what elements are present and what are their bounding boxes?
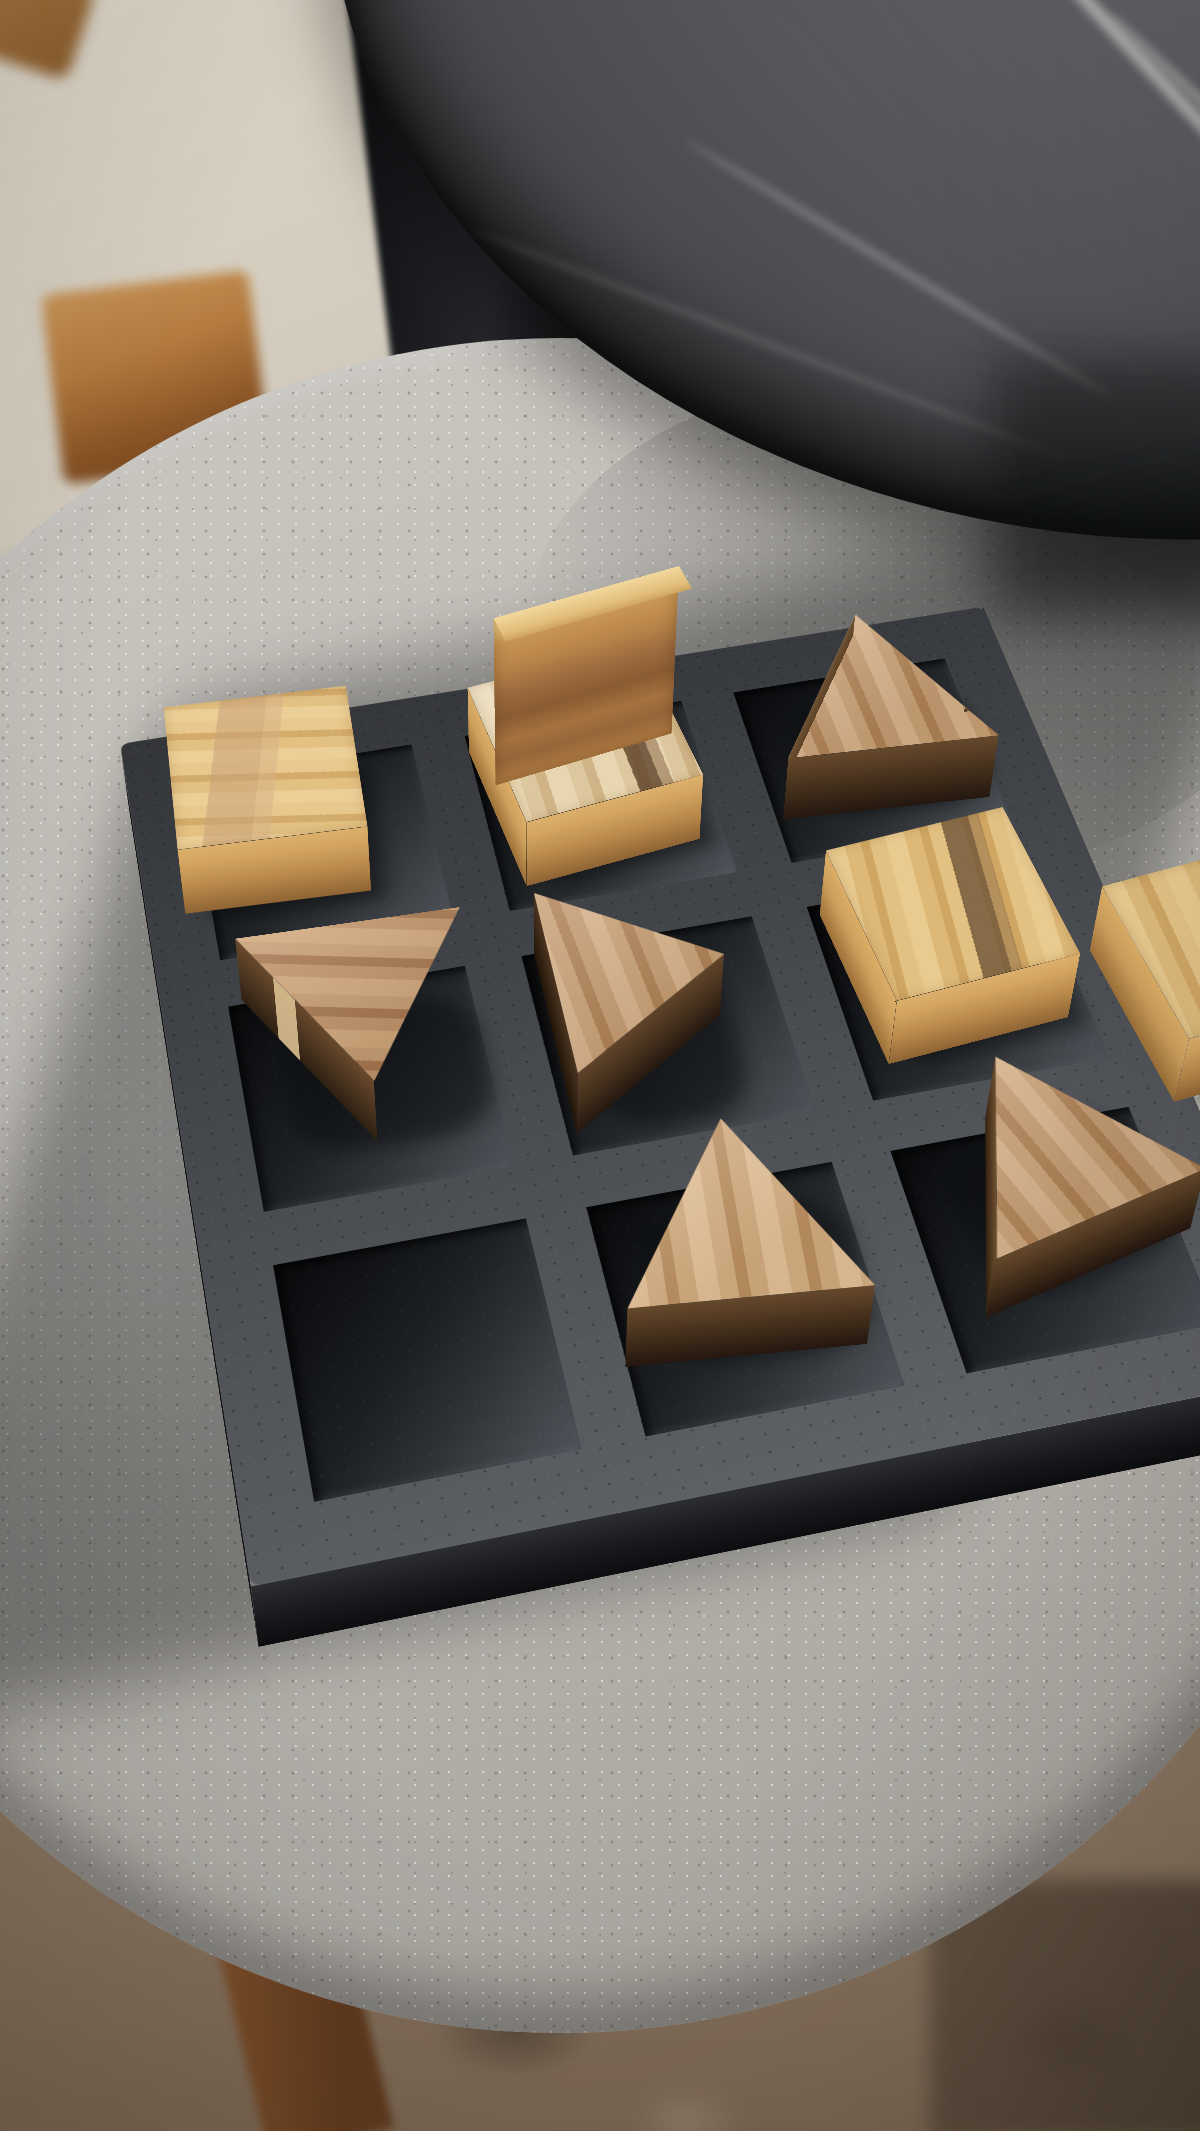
square-top — [164, 686, 368, 850]
piece-square-r1c1[interactable] — [171, 750, 371, 914]
piece-triangle-r1c3[interactable] — [750, 666, 990, 820]
piece-triangle-r3c2[interactable] — [601, 1168, 868, 1367]
photo-scene — [0, 0, 1200, 2131]
board-fit — [93, 0, 1197, 2131]
tic-tac-toe-board — [120, 607, 1200, 1587]
cell-r3c1[interactable] — [273, 1218, 582, 1501]
board-scene — [93, 0, 1197, 2131]
